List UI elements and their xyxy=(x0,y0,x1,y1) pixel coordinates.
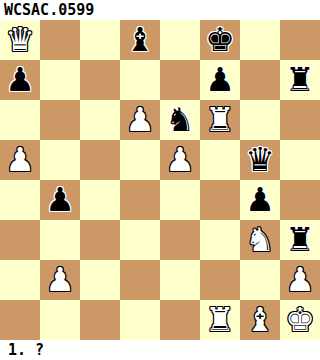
square-e7[interactable] xyxy=(160,60,200,100)
square-b4[interactable]: ♟ xyxy=(40,180,80,220)
piece-black-rook: ♜ xyxy=(280,220,320,260)
square-d8[interactable]: ♝ xyxy=(120,20,160,60)
piece-white-pawn: ♟ xyxy=(160,140,200,180)
page-title: WCSAC.0599 xyxy=(0,0,320,20)
square-g4[interactable]: ♟ xyxy=(240,180,280,220)
square-c4[interactable] xyxy=(80,180,120,220)
square-e6[interactable]: ♞ xyxy=(160,100,200,140)
square-f8[interactable]: ♚ xyxy=(200,20,240,60)
piece-black-bishop: ♝ xyxy=(120,20,160,60)
square-b8[interactable] xyxy=(40,20,80,60)
square-e4[interactable] xyxy=(160,180,200,220)
square-a6[interactable] xyxy=(0,100,40,140)
piece-white-queen: ♛ xyxy=(0,20,40,60)
square-d3[interactable] xyxy=(120,220,160,260)
square-b5[interactable] xyxy=(40,140,80,180)
square-a4[interactable] xyxy=(0,180,40,220)
square-f5[interactable] xyxy=(200,140,240,180)
piece-white-pawn: ♟ xyxy=(280,260,320,300)
square-c2[interactable] xyxy=(80,260,120,300)
square-d7[interactable] xyxy=(120,60,160,100)
square-c5[interactable] xyxy=(80,140,120,180)
piece-black-pawn: ♟ xyxy=(40,180,80,220)
square-b3[interactable] xyxy=(40,220,80,260)
square-h4[interactable] xyxy=(280,180,320,220)
square-h6[interactable] xyxy=(280,100,320,140)
piece-black-queen: ♛ xyxy=(240,140,280,180)
square-g5[interactable]: ♛ xyxy=(240,140,280,180)
square-h3[interactable]: ♜ xyxy=(280,220,320,260)
piece-black-knight: ♞ xyxy=(160,100,200,140)
square-c3[interactable] xyxy=(80,220,120,260)
piece-white-rook: ♜ xyxy=(200,100,240,140)
square-h8[interactable] xyxy=(280,20,320,60)
square-a7[interactable]: ♟ xyxy=(0,60,40,100)
piece-black-pawn: ♟ xyxy=(240,180,280,220)
move-prompt: 1. ? xyxy=(0,340,320,360)
piece-black-rook: ♜ xyxy=(280,60,320,100)
square-f3[interactable] xyxy=(200,220,240,260)
piece-white-king: ♚ xyxy=(280,300,320,340)
square-a5[interactable]: ♟ xyxy=(0,140,40,180)
square-c8[interactable] xyxy=(80,20,120,60)
square-g1[interactable]: ♝ xyxy=(240,300,280,340)
square-g8[interactable] xyxy=(240,20,280,60)
square-a8[interactable]: ♛ xyxy=(0,20,40,60)
piece-white-pawn: ♟ xyxy=(120,100,160,140)
square-d2[interactable] xyxy=(120,260,160,300)
chess-board: ♛♝♚♟♟♜♟♞♜♟♟♛♟♟♞♜♟♟♜♝♚ xyxy=(0,20,320,340)
square-d6[interactable]: ♟ xyxy=(120,100,160,140)
square-f2[interactable] xyxy=(200,260,240,300)
square-e1[interactable] xyxy=(160,300,200,340)
square-b6[interactable] xyxy=(40,100,80,140)
square-g2[interactable] xyxy=(240,260,280,300)
square-d1[interactable] xyxy=(120,300,160,340)
square-c7[interactable] xyxy=(80,60,120,100)
square-a2[interactable] xyxy=(0,260,40,300)
piece-white-bishop: ♝ xyxy=(240,300,280,340)
square-e5[interactable]: ♟ xyxy=(160,140,200,180)
square-g6[interactable] xyxy=(240,100,280,140)
square-h2[interactable]: ♟ xyxy=(280,260,320,300)
square-e2[interactable] xyxy=(160,260,200,300)
piece-white-pawn: ♟ xyxy=(0,140,40,180)
piece-white-pawn: ♟ xyxy=(40,260,80,300)
square-h1[interactable]: ♚ xyxy=(280,300,320,340)
square-a3[interactable] xyxy=(0,220,40,260)
square-c6[interactable] xyxy=(80,100,120,140)
square-b7[interactable] xyxy=(40,60,80,100)
piece-white-knight: ♞ xyxy=(240,220,280,260)
square-e3[interactable] xyxy=(160,220,200,260)
square-h5[interactable] xyxy=(280,140,320,180)
square-b2[interactable]: ♟ xyxy=(40,260,80,300)
piece-black-pawn: ♟ xyxy=(200,60,240,100)
piece-black-king: ♚ xyxy=(200,20,240,60)
square-g3[interactable]: ♞ xyxy=(240,220,280,260)
piece-black-pawn: ♟ xyxy=(0,60,40,100)
square-h7[interactable]: ♜ xyxy=(280,60,320,100)
piece-white-rook: ♜ xyxy=(200,300,240,340)
square-f7[interactable]: ♟ xyxy=(200,60,240,100)
square-b1[interactable] xyxy=(40,300,80,340)
square-g7[interactable] xyxy=(240,60,280,100)
square-c1[interactable] xyxy=(80,300,120,340)
square-f4[interactable] xyxy=(200,180,240,220)
square-d5[interactable] xyxy=(120,140,160,180)
square-e8[interactable] xyxy=(160,20,200,60)
square-f1[interactable]: ♜ xyxy=(200,300,240,340)
square-d4[interactable] xyxy=(120,180,160,220)
square-f6[interactable]: ♜ xyxy=(200,100,240,140)
square-a1[interactable] xyxy=(0,300,40,340)
